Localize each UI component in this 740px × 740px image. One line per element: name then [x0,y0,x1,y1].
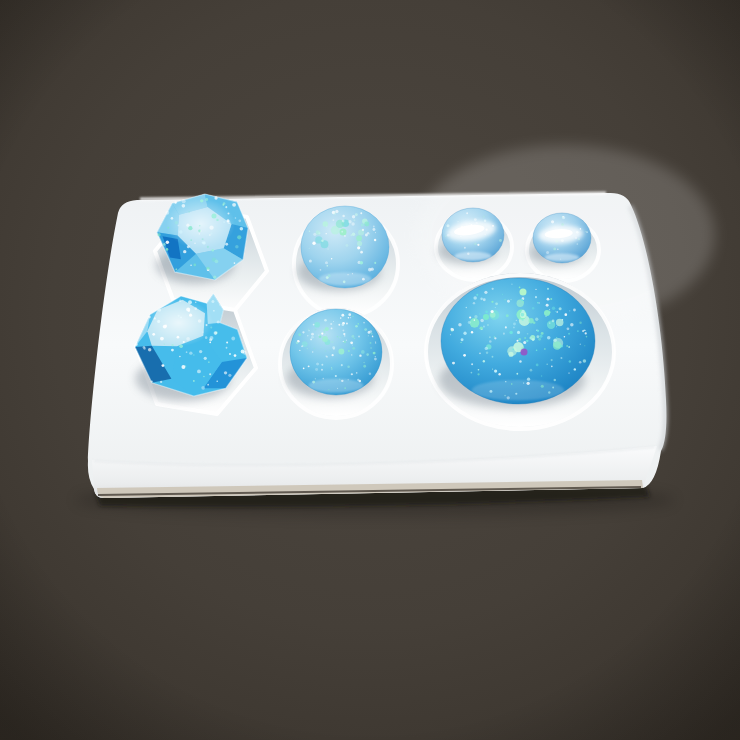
glitter-dot [461,338,464,341]
glitter-dot [211,300,214,303]
glitter-dot [564,336,566,338]
glitter-dot [574,368,576,370]
glitter-dot [467,253,469,255]
glitter-dot [374,262,376,264]
glitter-flake [364,222,369,227]
accent-dot [483,314,489,320]
glitter-dot [352,232,355,235]
glitter-dot [214,331,218,335]
glitter-dot [331,258,333,260]
glitter-dot [186,224,189,227]
glitter-dot [536,349,538,351]
glitter-dot [298,333,301,336]
glitter-dot [366,353,369,356]
glitter-dot [546,364,547,365]
glitter-dot [512,348,514,350]
glitter-dot [509,331,512,334]
glitter-dot [348,350,350,352]
glitter-dot [511,284,512,285]
glitter-dot [560,357,562,359]
glitter-dot [507,396,510,399]
glitter-dot [492,288,494,290]
gem-bottom-glow [545,254,580,262]
glitter-dot [556,311,558,313]
glitter-dot [341,380,343,382]
glitter-flake [322,336,328,342]
glitter-dot [564,313,567,316]
glitter-dot [492,368,493,369]
glitter-dot [530,369,533,372]
glitter-dot [554,379,556,381]
glitter-dot [199,225,201,227]
glitter-dot [198,229,201,232]
glitter-dot [489,340,492,343]
glitter-dot [369,373,371,375]
glitter-dot [179,344,183,348]
glitter-dot [527,382,530,385]
glitter-dot [494,336,495,337]
glitter-dot [567,327,570,330]
glitter-dot [237,235,241,239]
glitter-dot [208,361,210,363]
glitter-dot [484,291,487,294]
glitter-dot [524,337,526,339]
glitter-dot [343,341,344,342]
glitter-dot [585,332,587,334]
glitter-dot [556,337,557,338]
glitter-dot [321,347,322,348]
glitter-dot [375,341,376,342]
glitter-dot [171,344,173,346]
glitter-dot [143,347,145,349]
glitter-dot [326,334,327,335]
glitter-dot [369,330,372,333]
glitter-dot [360,251,363,254]
glitter-dot [179,299,182,302]
glitter-dot [335,375,337,377]
glitter-dot [183,341,185,343]
glitter-dot [506,314,509,317]
glitter-dot [225,243,228,246]
glitter-dot [243,351,247,355]
glitter-dot [326,265,328,267]
glitter-dot [193,380,195,382]
glitter-dot [154,317,156,319]
glitter-dot [504,395,506,397]
glitter-dot [350,341,353,344]
glitter-dot [313,233,316,236]
glitter-dot [547,288,549,290]
glitter-dot [320,332,321,333]
glitter-dot [547,298,550,301]
glitter-dot [356,372,358,374]
glitter-dot [190,264,192,266]
glitter-dot [368,335,369,336]
glitter-dot [343,333,345,335]
glitter-dot [235,245,239,249]
glitter-dot [546,251,549,254]
glitter-dot [560,345,563,348]
glitter-dot [369,234,370,235]
glitter-dot [481,329,482,330]
glitter-dot [332,354,334,356]
glitter-dot [333,348,335,350]
glitter-dot [303,367,305,369]
glitter-dot [296,341,299,344]
accent-dot [521,349,528,356]
glitter-dot [568,346,570,348]
glitter-dot [532,338,535,341]
glitter-dot [358,336,360,338]
glitter-dot [445,236,446,237]
glitter-dot [569,360,571,362]
glitter-dot [207,246,209,248]
glitter-dot [568,333,570,335]
glitter-dot [348,220,351,223]
glitter-dot [374,358,377,361]
glitter-dot [328,389,329,390]
glitter-dot [341,231,343,233]
glitter-dot [209,338,212,341]
glitter-dot [360,261,363,264]
glitter-dot [163,325,167,329]
glitter-dot [480,319,483,322]
glitter-dot [240,227,244,231]
glitter-dot [357,246,360,249]
glitter-dot [551,220,554,223]
glitter-dot [299,350,300,351]
glitter-dot [186,351,188,353]
glitter-dot [516,373,518,375]
glitter-dot [313,324,315,326]
glitter-dot [348,313,351,316]
glitter-dot [489,336,491,338]
glitter-dot [160,337,164,341]
glitter-dot [483,326,485,328]
glitter-dot [223,202,226,205]
glitter-dot [584,345,585,346]
glitter-dot [332,219,334,221]
glitter-dot [321,332,323,334]
glitter-dot [499,239,502,242]
glitter-dot [343,280,346,283]
glitter-dot [213,310,215,312]
glitter-dot [538,338,541,341]
glitter-dot [519,360,521,362]
glitter-dot [210,326,212,328]
glitter-dot [312,351,313,352]
glitter-dot [483,360,485,362]
glitter-dot [362,278,365,281]
glitter-dot [315,329,317,331]
glitter-dot [302,345,303,346]
glitter-flake [517,300,524,307]
glitter-dot [234,262,236,264]
glitter-dot [189,314,192,317]
glitter-dot [341,364,343,366]
glitter-dot [331,327,333,329]
glitter-dot [494,337,496,339]
glitter-dot [183,250,186,253]
glitter-dot [471,363,473,365]
glitter-dot [200,199,203,202]
glitter-dot [562,319,563,320]
glitter-flake [553,341,561,349]
glitter-dot [341,323,344,326]
glitter-dot [165,211,169,215]
glitter-dot [463,354,466,357]
glitter-dot [195,302,196,303]
glitter-dot [157,233,160,236]
glitter-dot [352,273,353,274]
glitter-dot [363,365,366,368]
glitter-dot [521,313,525,317]
glitter-dot [556,326,557,327]
glitter-dot [478,369,480,371]
glitter-dot [223,221,225,223]
glitter-dot [517,331,520,334]
glitter-dot [447,224,450,227]
glitter-dot [178,315,180,317]
glitter-dot [553,247,556,250]
glitter-dot [188,300,192,304]
glitter-dot [466,307,467,308]
glitter-dot [318,334,319,335]
glitter-dot [321,240,323,242]
glitter-dot [372,336,373,337]
glitter-dot [351,335,354,338]
glitter-dot [163,243,166,246]
glitter-dot [533,321,536,324]
glitter-dot [551,366,553,368]
glitter-dot [157,320,160,323]
frost-sheen [144,299,213,346]
glitter-dot [527,333,529,335]
glitter-dot [483,215,485,217]
glitter-dot [339,379,341,381]
glitter-dot [352,347,355,350]
glitter-flake [315,236,322,243]
glitter-dot [348,317,350,319]
glitter-dot [370,342,372,344]
glitter-dot [507,300,510,303]
glitter-dot [579,322,581,324]
glitter-dot [344,235,346,237]
glitter-dot [548,391,550,393]
glitter-dot [491,310,494,313]
glitter-dot [320,269,322,271]
glitter-dot [359,354,361,356]
glitter-dot [177,225,179,227]
glitter-dot [199,233,201,235]
glitter-dot [324,319,327,322]
glitter-dot [318,232,320,234]
glitter-dot [503,333,505,335]
glitter-dot [355,213,358,216]
glitter-dot [527,378,530,381]
glitter-dot [352,316,353,317]
glitter-dot [529,337,532,340]
glitter-dot [309,260,312,263]
glitter-dot [522,301,524,303]
glitter-dot [537,330,539,332]
glitter-dot [364,328,367,331]
glitter-dot [522,310,525,313]
glitter-dot [526,340,528,342]
glitter-dot [181,365,185,369]
glitter-dot [330,323,332,325]
glitter-dot [205,198,208,201]
glitter-dot [166,240,169,243]
glitter-dot [368,268,372,272]
glitter-dot [546,304,549,307]
glitter-dot [229,353,231,355]
glitter-dot [498,373,500,375]
glitter-dot [549,309,550,310]
glitter-dot [505,381,506,382]
glitter-dot [226,342,228,344]
glitter-dot [314,348,315,349]
glitter-dot [171,349,174,352]
glitter-dot [464,247,466,249]
glitter-dot [316,363,319,366]
glitter-dot [216,219,218,221]
glitter-dot [522,319,524,321]
glitter-dot [477,244,479,246]
glitter-dot [517,340,519,342]
glitter-dot [352,215,355,218]
glitter-dot [179,230,183,234]
resin-gem-dome-large [439,278,595,408]
glitter-dot [487,324,489,326]
glitter-dot [477,373,479,375]
glitter-dot [549,322,551,324]
glitter-dot [148,316,151,319]
glitter-dot [152,333,155,336]
glitter-dot [205,324,207,326]
glitter-dot [342,220,345,223]
glitter-dot [532,307,534,309]
glitter-dot [308,365,310,367]
glitter-dot [474,218,477,221]
glitter-dot [340,317,342,319]
glitter-dot [474,315,477,318]
glitter-dot [586,231,588,233]
glitter-dot [310,339,312,341]
glitter-dot [206,267,209,270]
glitter-dot [473,296,477,300]
glitter-dot [201,386,205,390]
glitter-dot [373,352,376,355]
glitter-dot [321,369,323,371]
glitter-flake [314,322,320,328]
glitter-dot [215,259,219,263]
glitter-dot [351,354,352,355]
glitter-dot [502,294,503,295]
glitter-dot [326,226,328,228]
glitter-dot [326,356,327,357]
glitter-dot [199,350,202,353]
glitter-dot [193,264,196,267]
glitter-dot [319,335,322,338]
glitter-dot [351,222,354,225]
glitter-dot [209,234,211,236]
glitter-dot [166,248,169,251]
glitter-dot [561,217,563,219]
glitter-dot [468,321,471,324]
glitter-dot [450,334,451,335]
glitter-dot [346,323,348,325]
glitter-dot [547,336,551,340]
glitter-dot [544,348,546,350]
glitter-dot [451,330,453,332]
glitter-dot [204,357,207,360]
glitter-dot [460,342,461,343]
glitter-dot [350,317,351,318]
glitter-dot [341,314,344,317]
glitter-dot [370,347,371,348]
glitter-dot [555,311,556,312]
glitter-dot [479,353,481,355]
accent-dot [520,289,527,296]
glitter-dot [557,249,558,250]
glitter-dot [551,359,553,361]
glitter-dot [339,337,341,339]
glitter-dot [164,344,165,345]
glitter-dot [213,276,216,279]
glitter-dot [182,199,186,203]
glitter-dot [495,307,496,308]
glitter-dot [158,308,161,311]
glitter-dot [325,261,328,264]
glitter-dot [217,320,220,323]
glitter-dot [209,342,211,344]
glitter-dot [346,340,347,341]
glitter-dot [309,248,310,249]
glitter-dot [342,215,344,217]
glitter-dot [538,302,540,304]
glitter-dot [513,323,516,326]
glitter-dot [361,223,364,226]
glitter-dot [175,269,177,271]
glitter-flake [325,327,329,331]
glitter-dot [458,323,461,326]
glitter-dot [505,326,507,328]
glitter-dot [523,382,524,383]
glitter-dot [331,367,332,368]
glitter-dot [227,213,229,215]
glitter-dot [224,371,227,374]
glitter-dot [347,274,348,275]
glitter-dot [315,378,316,379]
glitter-dot [485,311,488,314]
glitter-dot [207,384,209,386]
glitter-dot [355,325,358,328]
glitter-dot [180,316,182,318]
glitter-dot [211,249,214,252]
glitter-dot [519,287,521,289]
glitter-dot [539,335,542,338]
glitter-dot [559,307,562,310]
glitter-dot [566,345,568,347]
glitter-dot [577,330,579,332]
glitter-dot [568,372,570,374]
glitter-flake [357,241,362,246]
glitter-dot [326,233,327,234]
product-photo [0,0,740,740]
glitter-flake [338,349,344,355]
glitter-dot [469,316,471,318]
